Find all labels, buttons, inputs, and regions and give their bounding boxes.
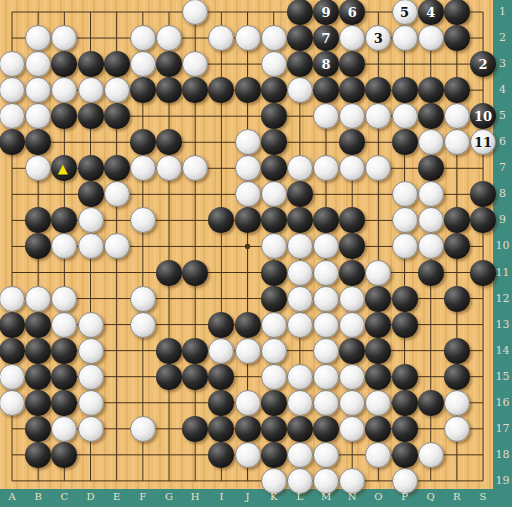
black-stone[interactable] [365, 338, 391, 364]
black-stone[interactable] [104, 155, 130, 181]
black-stone[interactable] [182, 364, 208, 390]
white-stone[interactable] [51, 286, 77, 312]
white-stone[interactable] [392, 207, 418, 233]
move-number-label: 8 [322, 58, 331, 71]
col-label: N [339, 491, 365, 507]
white-stone[interactable] [130, 286, 156, 312]
black-stone[interactable] [365, 286, 391, 312]
col-label: C [51, 491, 77, 507]
row-label: 17 [493, 422, 512, 436]
black-stone[interactable] [339, 260, 365, 286]
black-stone[interactable] [418, 155, 444, 181]
black-stone[interactable] [156, 51, 182, 77]
col-label: F [130, 491, 156, 507]
row-label: 19 [493, 474, 512, 488]
white-stone[interactable] [0, 390, 25, 416]
black-stone[interactable] [313, 77, 339, 103]
white-stone[interactable] [392, 181, 418, 207]
black-stone[interactable] [365, 416, 391, 442]
black-stone[interactable] [287, 25, 313, 51]
col-label: D [78, 491, 104, 507]
white-stone[interactable] [156, 25, 182, 51]
white-stone[interactable] [78, 233, 104, 259]
black-stone[interactable] [235, 312, 261, 338]
black-stone[interactable] [78, 51, 104, 77]
white-stone[interactable] [392, 233, 418, 259]
row-label: 12 [493, 292, 512, 306]
col-label: M [313, 491, 339, 507]
col-label: H [182, 491, 208, 507]
black-stone[interactable] [418, 390, 444, 416]
black-stone[interactable] [51, 364, 77, 390]
white-stone[interactable] [130, 155, 156, 181]
white-stone[interactable] [313, 260, 339, 286]
star-point [245, 244, 250, 249]
black-stone[interactable] [444, 0, 470, 25]
black-stone[interactable]: 7 [313, 25, 339, 51]
col-label: S [470, 491, 496, 507]
white-stone[interactable] [51, 416, 77, 442]
white-stone[interactable] [261, 25, 287, 51]
white-stone[interactable] [444, 129, 470, 155]
black-stone[interactable] [78, 103, 104, 129]
row-label: 16 [493, 396, 512, 410]
white-stone[interactable] [392, 468, 418, 494]
white-stone[interactable] [287, 155, 313, 181]
white-stone[interactable] [444, 416, 470, 442]
white-stone[interactable] [365, 260, 391, 286]
row-label: 3 [493, 57, 512, 71]
white-stone[interactable] [287, 468, 313, 494]
white-stone[interactable] [130, 416, 156, 442]
white-stone[interactable] [418, 25, 444, 51]
white-stone[interactable] [130, 312, 156, 338]
white-stone[interactable] [287, 312, 313, 338]
black-stone[interactable] [418, 77, 444, 103]
black-stone[interactable] [392, 442, 418, 468]
white-stone[interactable] [235, 155, 261, 181]
row-label: 13 [493, 318, 512, 332]
black-stone[interactable]: 4 [418, 0, 444, 25]
black-stone[interactable] [444, 338, 470, 364]
row-label: 8 [493, 187, 512, 201]
black-stone[interactable] [25, 312, 51, 338]
move-number-label: 6 [348, 6, 357, 19]
row-label: 2 [493, 31, 512, 45]
black-stone[interactable] [0, 338, 25, 364]
white-stone[interactable] [130, 51, 156, 77]
white-stone[interactable] [261, 468, 287, 494]
white-stone[interactable] [313, 286, 339, 312]
row-label: 18 [493, 448, 512, 462]
white-stone[interactable] [78, 390, 104, 416]
black-stone[interactable] [392, 364, 418, 390]
black-stone[interactable] [444, 364, 470, 390]
black-stone[interactable] [261, 390, 287, 416]
white-stone[interactable] [339, 416, 365, 442]
black-stone[interactable] [156, 338, 182, 364]
black-stone[interactable] [156, 77, 182, 103]
move-number-label: 7 [322, 32, 331, 45]
black-stone[interactable]: 9 [313, 0, 339, 25]
black-stone[interactable] [444, 77, 470, 103]
black-stone[interactable] [182, 260, 208, 286]
col-label: P [392, 491, 418, 507]
go-game-screenshot: 965473821011▲ 12345678910111213141516171… [0, 0, 512, 507]
black-stone[interactable] [51, 390, 77, 416]
white-stone[interactable] [104, 77, 130, 103]
white-stone[interactable] [261, 312, 287, 338]
row-label: 7 [493, 161, 512, 175]
black-stone[interactable] [261, 416, 287, 442]
move-number-label: 9 [322, 6, 331, 19]
white-stone[interactable] [261, 233, 287, 259]
go-board[interactable]: 965473821011▲ [0, 0, 493, 489]
white-stone[interactable] [78, 77, 104, 103]
white-stone[interactable] [444, 390, 470, 416]
black-stone[interactable] [51, 338, 77, 364]
black-stone[interactable] [208, 364, 234, 390]
black-stone[interactable]: 8 [313, 51, 339, 77]
row-label: 9 [493, 213, 512, 227]
white-stone[interactable] [104, 233, 130, 259]
white-stone[interactable] [208, 338, 234, 364]
black-stone[interactable] [78, 181, 104, 207]
black-stone[interactable] [392, 312, 418, 338]
white-stone[interactable] [339, 312, 365, 338]
white-stone[interactable] [261, 338, 287, 364]
col-label: J [235, 491, 261, 507]
black-stone[interactable] [392, 129, 418, 155]
white-stone[interactable] [313, 442, 339, 468]
col-label: I [208, 491, 234, 507]
col-label: R [444, 491, 470, 507]
black-stone[interactable] [25, 338, 51, 364]
white-stone[interactable] [0, 286, 25, 312]
white-stone[interactable] [78, 364, 104, 390]
white-stone[interactable] [313, 312, 339, 338]
black-stone[interactable] [130, 129, 156, 155]
white-stone[interactable] [235, 338, 261, 364]
white-stone[interactable] [392, 25, 418, 51]
black-stone[interactable] [365, 312, 391, 338]
black-stone[interactable] [261, 129, 287, 155]
black-stone[interactable] [365, 364, 391, 390]
black-stone[interactable] [287, 0, 313, 25]
white-stone[interactable] [235, 390, 261, 416]
black-stone[interactable] [104, 51, 130, 77]
black-stone[interactable] [78, 155, 104, 181]
white-stone[interactable] [313, 468, 339, 494]
col-label: B [25, 491, 51, 507]
row-label: 11 [493, 266, 512, 280]
col-label: A [0, 491, 25, 507]
white-stone[interactable]: 5 [392, 0, 418, 25]
white-stone[interactable] [25, 286, 51, 312]
black-stone[interactable] [418, 103, 444, 129]
black-stone[interactable] [261, 442, 287, 468]
row-label: 5 [493, 109, 512, 123]
white-stone[interactable] [339, 468, 365, 494]
black-stone[interactable] [51, 442, 77, 468]
move-number-label: 5 [400, 6, 409, 19]
white-stone[interactable] [418, 129, 444, 155]
col-label: E [104, 491, 130, 507]
white-stone[interactable] [392, 103, 418, 129]
black-stone[interactable] [0, 312, 25, 338]
white-stone[interactable] [235, 442, 261, 468]
black-stone[interactable] [182, 338, 208, 364]
black-stone[interactable] [235, 416, 261, 442]
col-label: G [156, 491, 182, 507]
white-stone[interactable] [339, 390, 365, 416]
white-stone[interactable] [235, 25, 261, 51]
black-stone[interactable] [104, 103, 130, 129]
white-stone[interactable] [418, 442, 444, 468]
move-number-label: 4 [426, 6, 435, 19]
white-stone[interactable] [261, 51, 287, 77]
black-stone[interactable] [25, 364, 51, 390]
row-label: 1 [493, 5, 512, 19]
black-stone[interactable] [182, 416, 208, 442]
white-stone[interactable] [287, 260, 313, 286]
black-stone[interactable] [261, 260, 287, 286]
white-stone[interactable] [287, 286, 313, 312]
black-stone[interactable] [25, 390, 51, 416]
black-stone[interactable] [208, 390, 234, 416]
move-number-label: 11 [474, 136, 492, 149]
white-stone[interactable] [418, 233, 444, 259]
white-stone[interactable] [78, 312, 104, 338]
white-stone[interactable] [418, 207, 444, 233]
white-stone[interactable] [287, 390, 313, 416]
col-label: L [287, 491, 313, 507]
white-stone[interactable] [78, 207, 104, 233]
black-stone[interactable] [156, 260, 182, 286]
white-stone[interactable] [0, 364, 25, 390]
white-stone[interactable] [444, 103, 470, 129]
black-stone[interactable] [418, 260, 444, 286]
black-stone[interactable] [261, 155, 287, 181]
col-label: K [261, 491, 287, 507]
row-label: 14 [493, 344, 512, 358]
black-stone[interactable] [261, 207, 287, 233]
black-stone[interactable] [444, 286, 470, 312]
black-stone[interactable] [444, 25, 470, 51]
white-stone[interactable] [104, 181, 130, 207]
move-number-label: 2 [479, 58, 488, 71]
black-stone[interactable] [287, 416, 313, 442]
col-label: O [365, 491, 391, 507]
black-stone[interactable] [261, 77, 287, 103]
black-stone[interactable] [235, 207, 261, 233]
black-stone[interactable] [208, 312, 234, 338]
move-number-label: 3 [374, 32, 383, 45]
row-label: 6 [493, 135, 512, 149]
black-stone[interactable] [261, 286, 287, 312]
black-stone[interactable] [25, 416, 51, 442]
black-stone[interactable] [392, 390, 418, 416]
black-stone[interactable] [130, 77, 156, 103]
black-stone[interactable] [261, 103, 287, 129]
white-stone[interactable] [78, 416, 104, 442]
row-label: 15 [493, 370, 512, 384]
row-label: 4 [493, 83, 512, 97]
move-number-label: 10 [474, 110, 492, 123]
black-stone[interactable] [208, 416, 234, 442]
black-stone[interactable] [392, 77, 418, 103]
black-stone[interactable] [156, 364, 182, 390]
white-stone[interactable] [287, 442, 313, 468]
black-stone[interactable] [235, 77, 261, 103]
white-stone[interactable] [313, 364, 339, 390]
white-stone[interactable] [261, 364, 287, 390]
black-stone[interactable] [313, 416, 339, 442]
white-stone[interactable] [130, 25, 156, 51]
white-stone[interactable] [287, 364, 313, 390]
white-stone[interactable] [313, 338, 339, 364]
white-stone[interactable] [51, 312, 77, 338]
white-stone[interactable] [313, 390, 339, 416]
white-stone[interactable] [365, 390, 391, 416]
black-stone[interactable] [392, 286, 418, 312]
white-stone[interactable] [261, 181, 287, 207]
white-stone[interactable] [339, 364, 365, 390]
white-stone[interactable] [339, 286, 365, 312]
white-stone[interactable] [287, 77, 313, 103]
white-stone[interactable] [235, 181, 261, 207]
black-stone[interactable] [25, 442, 51, 468]
black-stone[interactable] [339, 338, 365, 364]
white-stone[interactable] [418, 181, 444, 207]
black-stone[interactable] [392, 416, 418, 442]
black-stone[interactable] [287, 51, 313, 77]
white-stone[interactable] [78, 338, 104, 364]
row-label: 10 [493, 239, 512, 253]
col-label: Q [418, 491, 444, 507]
white-stone[interactable] [235, 129, 261, 155]
